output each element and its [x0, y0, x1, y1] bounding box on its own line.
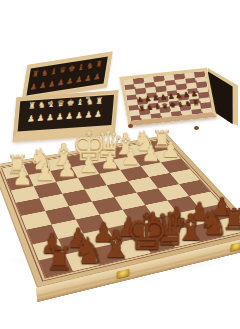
square-h2: ♟: [6, 175, 33, 191]
main-chessboard-photo: ♜♞♝♚♛♝♞♜♟♟♟♟♟♟♟♟♟♟♟♟♟♟♟♟♜♞♝♚♛♝♞♜: [0, 70, 240, 310]
brass-latch-left-icon: [116, 269, 129, 279]
brass-latch-right-icon: [230, 242, 240, 252]
square-g6: [52, 219, 84, 239]
light-bishop: ♝: [50, 140, 72, 169]
light-rook: ♜: [152, 128, 173, 150]
square-a6: [189, 192, 221, 209]
